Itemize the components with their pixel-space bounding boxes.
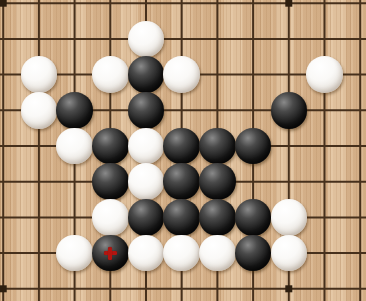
stone-white xyxy=(128,163,165,200)
stone-black xyxy=(235,199,272,236)
stone-white xyxy=(56,235,93,272)
stone-white xyxy=(199,235,236,272)
stone-black xyxy=(163,199,200,236)
stone-white xyxy=(271,199,308,236)
stone-white xyxy=(21,56,58,93)
stone-black-last-move xyxy=(92,235,129,272)
stone-black xyxy=(128,199,165,236)
stone-white xyxy=(21,92,58,129)
stone-black xyxy=(199,199,236,236)
stone-white xyxy=(306,56,343,93)
stone-black xyxy=(235,128,272,165)
stone-black xyxy=(271,92,308,129)
stone-white xyxy=(128,128,165,165)
stone-black xyxy=(199,163,236,200)
stone-black xyxy=(128,92,165,129)
go-board[interactable] xyxy=(0,0,366,301)
stone-white xyxy=(92,56,129,93)
stone-white xyxy=(92,199,129,236)
stone-white xyxy=(163,56,200,93)
stone-white xyxy=(56,128,93,165)
stone-white xyxy=(271,235,308,272)
stone-white xyxy=(128,21,165,58)
stone-black xyxy=(56,92,93,129)
stone-black xyxy=(163,128,200,165)
stone-black xyxy=(199,128,236,165)
stone-black xyxy=(92,128,129,165)
stone-black xyxy=(92,163,129,200)
stones-layer xyxy=(0,0,366,301)
stone-black xyxy=(163,163,200,200)
stone-white xyxy=(128,235,165,272)
stone-white xyxy=(163,235,200,272)
stone-black xyxy=(235,235,272,272)
stone-black xyxy=(128,56,165,93)
